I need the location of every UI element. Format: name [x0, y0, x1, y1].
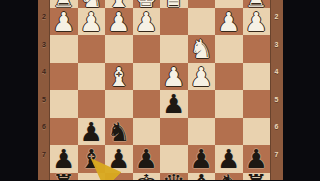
- square-d8[interactable]: ♛: [160, 173, 188, 181]
- rank-label-5: 5: [38, 96, 50, 104]
- square-c8[interactable]: ♝: [188, 173, 216, 181]
- square-c7[interactable]: ♟: [188, 145, 216, 173]
- square-e1[interactable]: ♚: [133, 0, 161, 8]
- square-d1[interactable]: ♛: [160, 0, 188, 8]
- square-a2[interactable]: ♟: [243, 8, 271, 36]
- square-d7[interactable]: [160, 145, 188, 173]
- square-e6[interactable]: [133, 118, 161, 146]
- square-a7[interactable]: ♟: [243, 145, 271, 173]
- rank-label-3: 3: [270, 41, 283, 49]
- square-g3[interactable]: [78, 35, 106, 63]
- square-h5[interactable]: [50, 90, 78, 118]
- square-f7[interactable]: ♟: [105, 145, 133, 173]
- white-pawn[interactable]: ♟: [133, 8, 161, 36]
- white-pawn[interactable]: ♟: [50, 8, 78, 36]
- black-pawn[interactable]: ♟: [188, 145, 216, 173]
- square-c1[interactable]: [188, 0, 216, 8]
- square-e4[interactable]: [133, 63, 161, 91]
- black-pawn[interactable]: ♟: [50, 145, 78, 173]
- square-g5[interactable]: [78, 90, 106, 118]
- square-b2[interactable]: ♟: [215, 8, 243, 36]
- white-knight[interactable]: ♞: [188, 35, 216, 63]
- square-f3[interactable]: [105, 35, 133, 63]
- square-e5[interactable]: [133, 90, 161, 118]
- white-bishop[interactable]: ♝: [105, 63, 133, 91]
- square-e3[interactable]: [133, 35, 161, 63]
- square-e2[interactable]: ♟: [133, 8, 161, 36]
- square-e7[interactable]: ♟: [133, 145, 161, 173]
- square-b5[interactable]: [215, 90, 243, 118]
- black-knight[interactable]: ♞: [105, 118, 133, 146]
- square-d6[interactable]: [160, 118, 188, 146]
- square-a1[interactable]: ♜: [243, 0, 271, 8]
- square-h6[interactable]: [50, 118, 78, 146]
- square-f5[interactable]: [105, 90, 133, 118]
- square-a4[interactable]: [243, 63, 271, 91]
- square-a8[interactable]: ♜: [243, 173, 271, 181]
- square-g1[interactable]: ♞: [78, 0, 106, 8]
- chess-board: ♜♞♝♚♛♜♟♟♟♟♟♟♞♝♟♟♟♟♞♟♝♟♟♟♟♟♜♚♛♝♞♜: [50, 0, 270, 180]
- square-g8[interactable]: [78, 173, 106, 181]
- square-h7[interactable]: ♟: [50, 145, 78, 173]
- square-c4[interactable]: ♟: [188, 63, 216, 91]
- white-pawn[interactable]: ♟: [78, 8, 106, 36]
- rank-coordinates-left: 234567: [38, 0, 50, 180]
- square-c2[interactable]: [188, 8, 216, 36]
- square-g6[interactable]: ♟: [78, 118, 106, 146]
- rank-label-2: 2: [270, 13, 283, 21]
- white-pawn[interactable]: ♟: [105, 8, 133, 36]
- square-b7[interactable]: ♟: [215, 145, 243, 173]
- square-b3[interactable]: [215, 35, 243, 63]
- rank-label-7: 7: [38, 151, 50, 159]
- square-b8[interactable]: ♞: [215, 173, 243, 181]
- black-pawn[interactable]: ♟: [78, 118, 106, 146]
- rank-coordinates-right: 234567: [270, 0, 283, 180]
- square-c5[interactable]: [188, 90, 216, 118]
- rank-label-4: 4: [270, 68, 283, 76]
- square-g7[interactable]: ♝: [78, 145, 106, 173]
- rank-label-3: 3: [38, 41, 50, 49]
- square-c6[interactable]: [188, 118, 216, 146]
- square-g2[interactable]: ♟: [78, 8, 106, 36]
- square-h4[interactable]: [50, 63, 78, 91]
- square-b4[interactable]: [215, 63, 243, 91]
- white-pawn[interactable]: ♟: [243, 8, 271, 36]
- square-d2[interactable]: [160, 8, 188, 36]
- square-d4[interactable]: ♟: [160, 63, 188, 91]
- rank-label-7: 7: [270, 151, 283, 159]
- white-pawn[interactable]: ♟: [188, 63, 216, 91]
- rank-label-4: 4: [38, 68, 50, 76]
- square-f2[interactable]: ♟: [105, 8, 133, 36]
- square-b6[interactable]: [215, 118, 243, 146]
- square-f4[interactable]: ♝: [105, 63, 133, 91]
- square-f6[interactable]: ♞: [105, 118, 133, 146]
- black-bishop[interactable]: ♝: [78, 145, 106, 173]
- square-c3[interactable]: ♞: [188, 35, 216, 63]
- white-pawn[interactable]: ♟: [160, 63, 188, 91]
- square-d5[interactable]: ♟: [160, 90, 188, 118]
- square-e8[interactable]: ♚: [133, 173, 161, 181]
- rank-label-6: 6: [270, 123, 283, 131]
- square-b1[interactable]: [215, 0, 243, 8]
- square-h2[interactable]: ♟: [50, 8, 78, 36]
- square-a6[interactable]: [243, 118, 271, 146]
- chess-app: 234567 234567 ♜♞♝♚♛♜♟♟♟♟♟♟♞♝♟♟♟♟♞♟♝♟♟♟♟♟…: [0, 0, 320, 180]
- black-pawn[interactable]: ♟: [215, 145, 243, 173]
- square-h8[interactable]: ♜: [50, 173, 78, 181]
- black-pawn[interactable]: ♟: [160, 90, 188, 118]
- square-f8[interactable]: [105, 173, 133, 181]
- black-pawn[interactable]: ♟: [133, 145, 161, 173]
- rank-label-2: 2: [38, 13, 50, 21]
- black-pawn[interactable]: ♟: [105, 145, 133, 173]
- square-h1[interactable]: ♜: [50, 0, 78, 8]
- rank-label-5: 5: [270, 96, 283, 104]
- white-pawn[interactable]: ♟: [215, 8, 243, 36]
- black-pawn[interactable]: ♟: [243, 145, 271, 173]
- square-a3[interactable]: [243, 35, 271, 63]
- square-g4[interactable]: [78, 63, 106, 91]
- square-f1[interactable]: ♝: [105, 0, 133, 8]
- square-a5[interactable]: [243, 90, 271, 118]
- square-h3[interactable]: [50, 35, 78, 63]
- square-d3[interactable]: [160, 35, 188, 63]
- rank-label-6: 6: [38, 123, 50, 131]
